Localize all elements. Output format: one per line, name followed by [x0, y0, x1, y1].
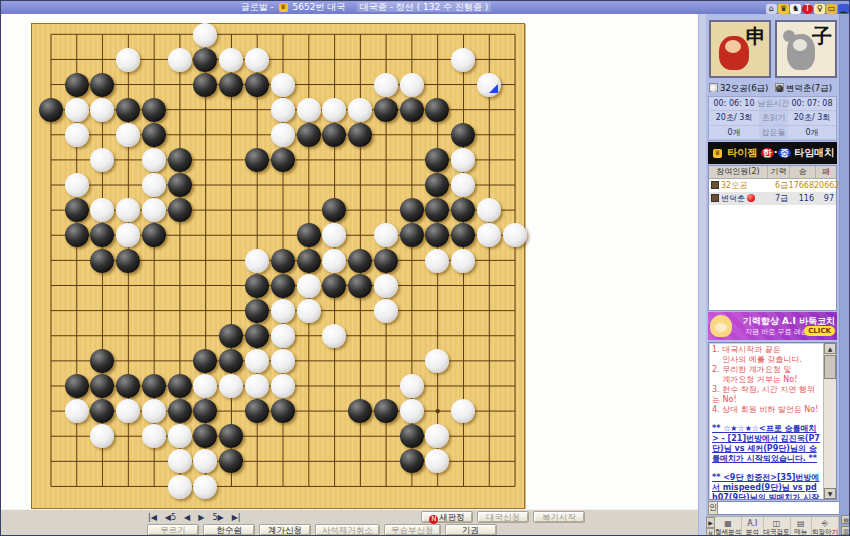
white-stone: ●: [271, 98, 295, 122]
game-action-row-2: 무르기한수쉼계가신청사석제거취소무승부신청기권: [147, 524, 497, 536]
ad-subline: 지금 바로 무료 레슨: [736, 327, 808, 337]
black-stone: ●: [65, 374, 89, 398]
white-stone: ●: [425, 249, 449, 273]
복기시작-button: 복기시작: [533, 511, 585, 523]
black-stone: ●: [271, 148, 295, 172]
black-stone-icon: [775, 83, 784, 92]
minimize-icon[interactable]: ▁: [838, 4, 849, 14]
menu-icon: ▤: [797, 519, 805, 528]
white-stone: ●: [400, 399, 424, 423]
white-stone: ●: [297, 274, 321, 298]
white-stone: ●: [245, 349, 269, 373]
white-stone: ●: [425, 349, 449, 373]
white-stone: ●: [400, 374, 424, 398]
black-stone: ●: [142, 374, 166, 398]
participant-row[interactable]: 32오공6급1766820662: [709, 179, 836, 192]
white-stone: ●: [219, 374, 243, 398]
toolbar-ai-button[interactable]: A.I분석: [742, 517, 764, 536]
scroll-up-icon[interactable]: ▲: [824, 343, 836, 354]
black-stone: ●: [193, 424, 217, 448]
무승부신청-button: 무승부신청: [384, 524, 441, 536]
time-value-white-2: 0개: [709, 126, 759, 140]
white-stone: ●: [65, 173, 89, 197]
panel-divider: [698, 14, 706, 536]
black-stone: ●: [348, 274, 372, 298]
white-stone: ●: [193, 449, 217, 473]
white-stone: ●: [168, 475, 192, 499]
white-stone: ●: [374, 274, 398, 298]
board-controls-bar: |◀◀5◀▶5▶▶| N새판정대국신청복기시작 무르기한수쉼계가신청사석제거취소…: [1, 509, 706, 536]
white-stone: ●: [65, 123, 89, 147]
black-stone: ●: [116, 374, 140, 398]
stones-layer: ●●●●●●●●●●●●●●●●●●●●●●●●●●●●●●●●●●●●●●●●…: [38, 22, 528, 499]
nav-arrow[interactable]: ▶: [196, 512, 206, 523]
black-stone: ●: [271, 249, 295, 273]
white-stone: ●: [193, 23, 217, 47]
white-stone: ●: [271, 349, 295, 373]
black-stone: ●: [65, 198, 89, 222]
black-stone: ●: [65, 73, 89, 97]
ad-girl-illustration: [710, 315, 732, 337]
participant-row[interactable]: 변덕춘7급11697: [709, 192, 836, 205]
black-stone: ●: [245, 274, 269, 298]
black-stone: ●: [297, 123, 321, 147]
white-stone: ●: [477, 198, 501, 222]
white-stone: ●: [477, 223, 501, 247]
nav-5arrow[interactable]: 5▶: [210, 512, 225, 523]
chat-window: 1. 대국시작과 끝은 인사의 예를 갖춥니다.2. 무리한 계가요청 및 계가…: [708, 342, 837, 500]
play-icon[interactable]: ▶: [706, 517, 715, 528]
black-stone: ●: [348, 249, 372, 273]
bird-icon[interactable]: ♞: [790, 4, 801, 14]
black-stone: ●: [322, 123, 346, 147]
chat-rule-line: 4. 상대 회원 비하 발언은 No!: [712, 405, 820, 415]
time-value-white-0: 00: 06: 10: [709, 97, 759, 111]
title-bar: 글로벌 - ♛ 5652번 대국 대국중 - 정선 ( 132 수 진행중 ) …: [1, 1, 850, 14]
black-stone: ●: [322, 274, 346, 298]
black-stone: ●: [168, 374, 192, 398]
black-stone: ●: [425, 98, 449, 122]
white-stone: ●: [271, 299, 295, 323]
black-stone: ●: [193, 399, 217, 423]
window-title: 글로벌 - ♛ 5652번 대국 대국중 - 정선 ( 132 수 진행중 ): [1, 1, 731, 14]
white-stone: ●: [451, 148, 475, 172]
black-stone: ●: [193, 349, 217, 373]
banner-trophy-icon: ♛: [713, 149, 722, 158]
people-icon: ◫: [773, 519, 781, 528]
white-stone: ●: [65, 98, 89, 122]
participants-table: 참여인원(2)기력승패 32오공6급1766820662변덕춘7급11697: [708, 165, 837, 311]
scrollbar-thumb[interactable]: [824, 355, 836, 379]
black-stone: ●: [65, 223, 89, 247]
black-stone: ●: [168, 148, 192, 172]
right-edge-strip: ▤ ▥: [839, 14, 850, 536]
white-stone: ●: [219, 48, 243, 72]
grid-icon: ▦: [724, 519, 732, 528]
black-stone: ●: [425, 173, 449, 197]
black-stone: ●: [271, 274, 295, 298]
black-stone: ●: [245, 73, 269, 97]
black-stone: ●: [116, 98, 140, 122]
black-stone: ●: [116, 249, 140, 273]
time-panel: 00: 06: 10남은시간00: 07: 0820초/ 3회초읽기20초/ 3…: [708, 96, 837, 141]
player-name-white: 32오공(6급): [706, 82, 772, 94]
black-stone: ●: [90, 399, 114, 423]
black-stone: ●: [348, 399, 372, 423]
mini-buttons[interactable]: ▶R: [706, 517, 715, 536]
nav-arrow[interactable]: ◀: [182, 512, 192, 523]
chat-rule-line: 3. 헌수 착점, 시간 지연 행위는 No!: [712, 385, 820, 405]
white-stone: ●: [142, 173, 166, 197]
black-stone: ●: [297, 223, 321, 247]
black-stone: ●: [219, 424, 243, 448]
white-stone: ●: [116, 48, 140, 72]
white-stone: ●: [116, 198, 140, 222]
time-value-black-1: 20초/ 3회: [788, 111, 836, 125]
player-portrait-white: 申: [709, 20, 771, 78]
black-stone: ●: [142, 223, 166, 247]
white-stone: ●: [168, 48, 192, 72]
무르기-button: 무르기: [147, 524, 199, 536]
n-badge-icon: N: [429, 515, 438, 524]
chat-rule-line: 인사의 예를 갖춥니다.: [712, 355, 820, 365]
white-stone: ●: [477, 73, 501, 97]
chat-input-row: 인사말: [708, 501, 837, 515]
black-stone: ●: [142, 123, 166, 147]
black-stone: ●: [400, 198, 424, 222]
sidebar-toolbar: ▶R ▦형세분석A.I분석◫대국검토▤메뉴⎆퇴장하기: [706, 516, 839, 536]
white-stone: ●: [142, 424, 166, 448]
white-stone: ●: [116, 399, 140, 423]
chat-announcement-link[interactable]: ** <9단 한중전>[35]번방에서 mispeed(9단)님 vs pdh0…: [712, 473, 820, 500]
black-stone: ●: [245, 148, 269, 172]
black-stone: ●: [400, 424, 424, 448]
black-stone: ●: [245, 299, 269, 323]
ad-banner[interactable]: 기력향상 A.I 바둑코치 지금 바로 무료 레슨 CLICK: [708, 312, 837, 340]
trophy-icon[interactable]: ♛: [778, 4, 789, 14]
chat-text-input[interactable]: [718, 501, 850, 515]
player-name-black: 변덕춘(7급): [772, 82, 838, 94]
move-navigation: |◀◀5◀▶5▶▶|: [146, 512, 243, 523]
black-stone: ●: [219, 349, 243, 373]
black-stone: ●: [400, 223, 424, 247]
white-stone: ●: [142, 198, 166, 222]
sidebar: 申 子 32오공(6급) 변덕춘(7급) 00: 06: 10남은시간00: 0…: [706, 14, 839, 536]
toolbar-exit-button[interactable]: ⎆퇴장하기: [812, 517, 839, 536]
chat-announcement-link[interactable]: ** ☆★☆★☆<프로 승률매치> - [21]번방에서 김진욱(P7단)님 v…: [712, 424, 820, 464]
white-stone: ●: [90, 198, 114, 222]
black-stone: ●: [245, 324, 269, 348]
time-value-black-2: 0개: [788, 126, 836, 140]
black-stone: ●: [90, 223, 114, 247]
hanja-rat: 子: [812, 23, 832, 50]
black-stone: ●: [348, 123, 372, 147]
black-stone: ●: [425, 198, 449, 222]
white-stone: ●: [322, 223, 346, 247]
black-stone: ●: [451, 123, 475, 147]
black-stone: ●: [90, 73, 114, 97]
white-stone: ●: [193, 475, 217, 499]
record-icon[interactable]: T: [802, 4, 813, 14]
record-mini-icon[interactable]: R: [706, 528, 715, 536]
white-stone: ●: [451, 399, 475, 423]
last-move-marker: [489, 84, 498, 93]
black-stone: ●: [39, 98, 63, 122]
time-label-0: 남은시간: [759, 97, 788, 111]
white-stone: ●: [348, 98, 372, 122]
기권-button[interactable]: 기권: [445, 524, 497, 536]
nav-arrowarrow[interactable]: ▶|: [230, 512, 243, 523]
black-stone: ●: [451, 198, 475, 222]
black-stone: ●: [400, 98, 424, 122]
nav-arrowarrow[interactable]: |◀: [146, 512, 159, 523]
white-stone: ●: [425, 449, 449, 473]
bulb-icon[interactable]: ♀: [814, 4, 825, 14]
white-stone: ●: [374, 73, 398, 97]
board-panel: ●●●●●●●●●●●●●●●●●●●●●●●●●●●●●●●●●●●●●●●●…: [1, 14, 706, 509]
black-stone: ●: [245, 399, 269, 423]
black-stone: ●: [90, 249, 114, 273]
white-stone: ●: [271, 374, 295, 398]
black-stone: ●: [168, 198, 192, 222]
toolbar-people-button[interactable]: ◫대국검토: [764, 517, 791, 536]
white-stone: ●: [90, 98, 114, 122]
black-stone: ●: [374, 98, 398, 122]
game-action-row-1: N새판정대국신청복기시작: [421, 511, 585, 523]
white-stone: ●: [271, 324, 295, 348]
chat-scrollbar[interactable]: ▲ ▼: [823, 343, 836, 499]
white-stone: ●: [374, 223, 398, 247]
black-stone: ●: [297, 249, 321, 273]
black-stone: ●: [322, 198, 346, 222]
white-stone: ●: [451, 249, 475, 273]
white-stone: ●: [425, 424, 449, 448]
black-stone: ●: [168, 399, 192, 423]
white-stone: ●: [503, 223, 527, 247]
avatar-icon: [711, 194, 719, 202]
white-stone: ●: [168, 424, 192, 448]
한수쉼-button[interactable]: 한수쉼: [203, 524, 255, 536]
white-stone: ●: [400, 73, 424, 97]
black-stone: ●: [193, 73, 217, 97]
사석제거취소-button: 사석제거취소: [315, 524, 380, 536]
white-stone: ●: [322, 324, 346, 348]
white-stone: ●: [322, 249, 346, 273]
white-stone-icon: [709, 83, 718, 92]
chat-rule-line: 1. 대국시작과 끝은: [712, 345, 820, 355]
toolbar-menu-button[interactable]: ▤메뉴: [791, 517, 813, 536]
time-label-1: 초읽기: [759, 111, 788, 125]
avatar-icon: [711, 181, 719, 189]
home-icon[interactable]: ⌂: [766, 4, 777, 14]
event-banner[interactable]: ♛ 타이젬 한·중 타임매치: [708, 142, 837, 164]
scroll-down-icon[interactable]: ▼: [824, 488, 836, 499]
flag-ball-icon: [747, 194, 755, 202]
nav-arrow5[interactable]: ◀5: [163, 512, 178, 523]
go-board[interactable]: ●●●●●●●●●●●●●●●●●●●●●●●●●●●●●●●●●●●●●●●●…: [31, 23, 525, 509]
black-stone: ●: [425, 223, 449, 247]
black-stone: ●: [451, 223, 475, 247]
exit-icon: ⎆: [822, 519, 828, 528]
black-stone: ●: [374, 399, 398, 423]
새판정-button[interactable]: N새판정: [421, 511, 473, 523]
white-stone: ●: [245, 374, 269, 398]
white-stone: ●: [322, 98, 346, 122]
time-label-2: 잡은돌: [759, 126, 788, 140]
participants-header: 참여인원(2)기력승패: [709, 166, 836, 179]
gold-icon[interactable]: ▭: [826, 4, 837, 14]
white-stone: ●: [245, 48, 269, 72]
player-portrait-black: 子: [775, 20, 837, 78]
black-stone: ●: [219, 449, 243, 473]
black-stone: ●: [271, 399, 295, 423]
black-stone: ●: [219, 73, 243, 97]
ad-click-button[interactable]: CLICK: [804, 326, 835, 336]
black-stone: ●: [425, 148, 449, 172]
white-stone: ●: [374, 299, 398, 323]
time-value-black-0: 00: 07: 08: [788, 97, 836, 111]
white-stone: ●: [90, 148, 114, 172]
white-stone: ●: [245, 249, 269, 273]
chat-rule-line: 계가요청 거부는 No!: [712, 375, 820, 385]
ai-icon: A.I: [747, 519, 757, 528]
대국신청-button: 대국신청: [477, 511, 529, 523]
white-stone: ●: [271, 123, 295, 147]
계가신청-button[interactable]: 계가신청: [259, 524, 311, 536]
black-stone: ●: [219, 324, 243, 348]
white-stone: ●: [297, 299, 321, 323]
white-stone: ●: [451, 48, 475, 72]
white-stone: ●: [116, 123, 140, 147]
hanja-monkey: 申: [746, 23, 766, 50]
black-stone: ●: [90, 374, 114, 398]
white-stone: ●: [65, 399, 89, 423]
app-window: 글로벌 - ♛ 5652번 대국 대국중 - 정선 ( 132 수 진행중 ) …: [0, 0, 850, 536]
white-stone: ●: [193, 374, 217, 398]
white-stone: ●: [142, 399, 166, 423]
white-stone: ●: [271, 73, 295, 97]
white-stone: ●: [297, 98, 321, 122]
black-stone: ●: [374, 249, 398, 273]
edge-button-top[interactable]: ▤: [841, 515, 850, 524]
black-stone: ●: [90, 349, 114, 373]
trophy-icon: ♛: [279, 3, 288, 12]
white-stone: ●: [451, 173, 475, 197]
black-stone: ●: [193, 48, 217, 72]
black-stone: ●: [142, 98, 166, 122]
black-stone: ●: [168, 173, 192, 197]
greeting-preset-button[interactable]: 인사말: [708, 501, 718, 515]
white-stone: ●: [116, 223, 140, 247]
white-stone: ●: [142, 148, 166, 172]
chat-rule-line: 2. 무리한 계가요청 및: [712, 365, 820, 375]
white-stone: ●: [168, 449, 192, 473]
edge-button-bottom[interactable]: ▥: [841, 526, 850, 535]
toolbar-grid-button[interactable]: ▦형세분석: [715, 517, 742, 536]
time-value-white-1: 20초/ 3회: [709, 111, 759, 125]
white-stone: ●: [90, 424, 114, 448]
black-stone: ●: [400, 449, 424, 473]
